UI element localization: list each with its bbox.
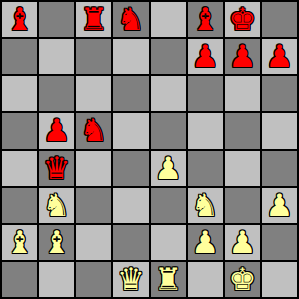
square-b6[interactable] [39,76,74,111]
square-a2[interactable]: ♝ [2,225,37,260]
piece-red-bishop-f8[interactable]: ♝ [191,2,219,37]
square-a8[interactable]: ♝ [2,2,37,37]
square-f2[interactable]: ♟ [188,225,223,260]
square-e6[interactable] [151,76,186,111]
square-f4[interactable] [188,151,223,186]
piece-red-knight-d8[interactable]: ♞ [117,2,145,37]
square-h6[interactable] [262,76,297,111]
square-g3[interactable] [225,188,260,223]
square-d1[interactable]: ♛ [113,262,148,297]
square-f8[interactable]: ♝ [188,2,223,37]
square-g2[interactable]: ♟ [225,225,260,260]
piece-red-pawn-f7[interactable]: ♟ [191,39,219,74]
square-d6[interactable] [113,76,148,111]
square-d8[interactable]: ♞ [113,2,148,37]
square-g4[interactable] [225,151,260,186]
piece-red-knight-c5[interactable]: ♞ [80,113,108,148]
square-d2[interactable] [113,225,148,260]
square-c2[interactable] [76,225,111,260]
piece-red-pawn-b5[interactable]: ♟ [43,113,71,148]
square-a1[interactable] [2,262,37,297]
chess-board: ♝♜♞♝♚♟♟♟♟♞♛♟♞♞♟♝♝♟♟♛♜♚ [0,0,299,299]
square-a6[interactable] [2,76,37,111]
piece-yellow-knight-b3[interactable]: ♞ [43,188,71,223]
square-e2[interactable] [151,225,186,260]
square-d5[interactable] [113,113,148,148]
square-h3[interactable]: ♟ [262,188,297,223]
square-b2[interactable]: ♝ [39,225,74,260]
square-c7[interactable] [76,39,111,74]
piece-yellow-king-g1[interactable]: ♚ [228,262,256,297]
square-b5[interactable]: ♟ [39,113,74,148]
piece-yellow-pawn-g2[interactable]: ♟ [228,225,256,260]
square-e1[interactable]: ♜ [151,262,186,297]
square-b7[interactable] [39,39,74,74]
square-d7[interactable] [113,39,148,74]
square-a5[interactable] [2,113,37,148]
piece-red-pawn-h7[interactable]: ♟ [266,39,294,74]
piece-yellow-pawn-e4[interactable]: ♟ [154,151,182,186]
square-c3[interactable] [76,188,111,223]
square-c4[interactable] [76,151,111,186]
square-h7[interactable]: ♟ [262,39,297,74]
chess-board-window: ♝♜♞♝♚♟♟♟♟♞♛♟♞♞♟♝♝♟♟♛♜♚ [0,0,299,299]
piece-yellow-rook-e1[interactable]: ♜ [154,262,182,297]
square-f1[interactable] [188,262,223,297]
piece-yellow-pawn-f2[interactable]: ♟ [191,225,219,260]
square-g8[interactable]: ♚ [225,2,260,37]
square-h5[interactable] [262,113,297,148]
square-e4[interactable]: ♟ [151,151,186,186]
square-h4[interactable] [262,151,297,186]
piece-yellow-knight-f3[interactable]: ♞ [191,188,219,223]
square-c8[interactable]: ♜ [76,2,111,37]
piece-red-king-g8[interactable]: ♚ [228,2,256,37]
square-a3[interactable] [2,188,37,223]
piece-yellow-pawn-h3[interactable]: ♟ [266,188,294,223]
square-b3[interactable]: ♞ [39,188,74,223]
piece-red-bishop-a8[interactable]: ♝ [6,2,34,37]
square-h8[interactable] [262,2,297,37]
square-f3[interactable]: ♞ [188,188,223,223]
piece-yellow-bishop-b2[interactable]: ♝ [43,225,71,260]
piece-red-rook-c8[interactable]: ♜ [80,2,108,37]
square-a7[interactable] [2,39,37,74]
square-c1[interactable] [76,262,111,297]
square-g5[interactable] [225,113,260,148]
square-c5[interactable]: ♞ [76,113,111,148]
square-e7[interactable] [151,39,186,74]
square-d3[interactable] [113,188,148,223]
square-g7[interactable]: ♟ [225,39,260,74]
square-e3[interactable] [151,188,186,223]
piece-yellow-bishop-a2[interactable]: ♝ [6,225,34,260]
square-g1[interactable]: ♚ [225,262,260,297]
piece-red-pawn-g7[interactable]: ♟ [228,39,256,74]
square-b4[interactable]: ♛ [39,151,74,186]
square-g6[interactable] [225,76,260,111]
piece-yellow-queen-d1[interactable]: ♛ [117,262,145,297]
square-c6[interactable] [76,76,111,111]
square-h1[interactable] [262,262,297,297]
square-e5[interactable] [151,113,186,148]
square-e8[interactable] [151,2,186,37]
piece-red-queen-b4[interactable]: ♛ [43,151,71,186]
square-h2[interactable] [262,225,297,260]
square-f6[interactable] [188,76,223,111]
square-b1[interactable] [39,262,74,297]
square-f5[interactable] [188,113,223,148]
square-a4[interactable] [2,151,37,186]
square-d4[interactable] [113,151,148,186]
square-f7[interactable]: ♟ [188,39,223,74]
square-b8[interactable] [39,2,74,37]
